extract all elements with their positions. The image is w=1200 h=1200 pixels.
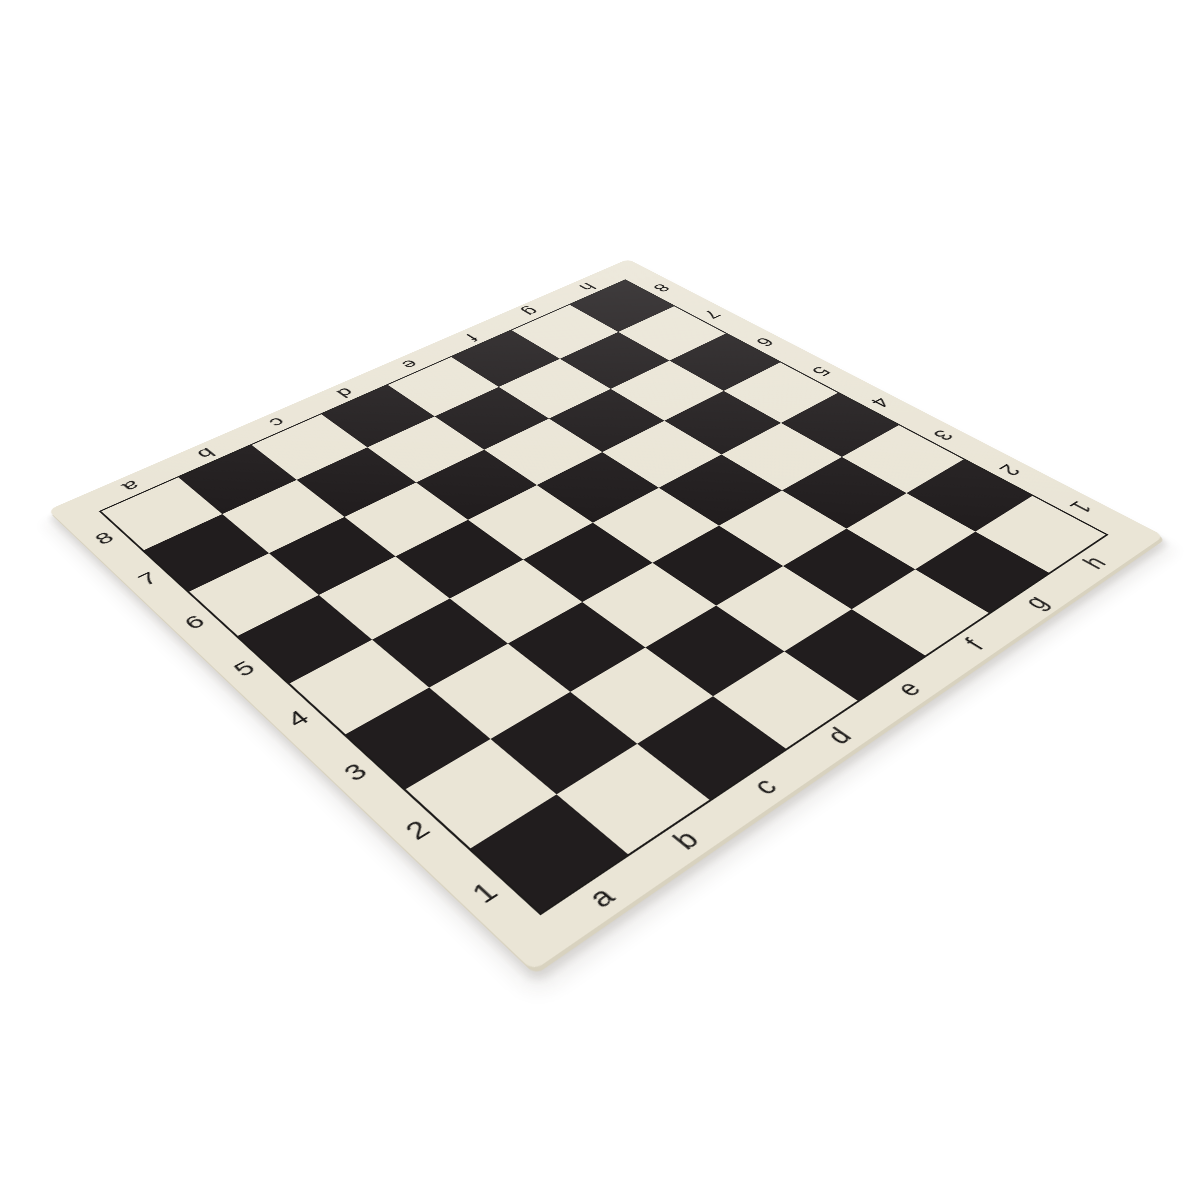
product-photo-scene: aabbccddeeffgghh8877665544332211 <box>0 0 1200 1200</box>
board-grid <box>101 280 1105 912</box>
chess-board-mat: aabbccddeeffgghh8877665544332211 <box>48 259 1164 971</box>
